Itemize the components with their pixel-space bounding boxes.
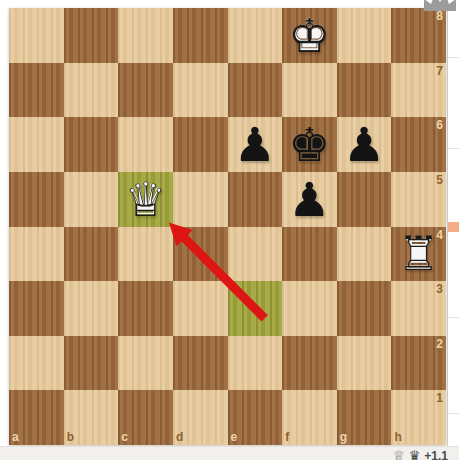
square-g1[interactable]: g <box>337 390 392 445</box>
black-crown-icon: ♛ <box>409 449 421 460</box>
chess-board: ♚♔87♟♚♟6♛♕♟54♜♖32abcdefg1h <box>9 8 446 445</box>
square-c7[interactable] <box>118 63 173 118</box>
square-g4[interactable] <box>337 227 392 282</box>
file-label-e: e <box>231 431 238 443</box>
square-d3[interactable] <box>173 281 228 336</box>
square-a2[interactable] <box>9 336 64 391</box>
eval-text: +1.1 <box>424 449 448 460</box>
square-e1[interactable]: e <box>228 390 283 445</box>
square-e8[interactable] <box>228 8 283 63</box>
rank-label-3: 3 <box>436 283 443 295</box>
status-row: ♕ ♛ +1.1 <box>393 449 448 460</box>
square-e6[interactable]: ♟ <box>228 117 283 172</box>
square-h3[interactable]: 3 <box>391 281 446 336</box>
square-e5[interactable] <box>228 172 283 227</box>
square-d8[interactable] <box>173 8 228 63</box>
square-g3[interactable] <box>337 281 392 336</box>
square-f2[interactable] <box>282 336 337 391</box>
square-f1[interactable]: f <box>282 390 337 445</box>
square-e4[interactable] <box>228 227 283 282</box>
file-label-b: b <box>67 431 74 443</box>
piece-outline-layer: ♕ <box>118 172 173 227</box>
file-label-f: f <box>285 431 289 443</box>
panel-divider <box>448 148 459 149</box>
square-b5[interactable] <box>64 172 119 227</box>
square-a3[interactable] <box>9 281 64 336</box>
piece-outline-layer: ♔ <box>282 8 337 63</box>
square-d4[interactable] <box>173 227 228 282</box>
piece-white-king-f8[interactable]: ♚♔ <box>282 8 337 63</box>
piece-black-king-f6[interactable]: ♚ <box>282 117 337 172</box>
square-b2[interactable] <box>64 336 119 391</box>
rank-label-2: 2 <box>436 338 443 350</box>
square-c3[interactable] <box>118 281 173 336</box>
square-c5[interactable]: ♛♕ <box>118 172 173 227</box>
square-b4[interactable] <box>64 227 119 282</box>
square-c2[interactable] <box>118 336 173 391</box>
square-a4[interactable] <box>9 227 64 282</box>
file-label-c: c <box>121 431 128 443</box>
white-crown-icon: ♕ <box>393 449 405 460</box>
square-h7[interactable]: 7 <box>391 63 446 118</box>
rank-label-1: 1 <box>436 392 443 404</box>
square-h5[interactable]: 5 <box>391 172 446 227</box>
square-a5[interactable] <box>9 172 64 227</box>
piece-outline-layer: ♖ <box>391 227 446 282</box>
square-f5[interactable]: ♟ <box>282 172 337 227</box>
file-label-a: a <box>12 431 19 443</box>
side-panel <box>447 0 459 450</box>
panel-divider <box>448 317 459 318</box>
square-b8[interactable] <box>64 8 119 63</box>
piece-black-pawn-e6[interactable]: ♟ <box>228 117 283 172</box>
square-d2[interactable] <box>173 336 228 391</box>
square-g5[interactable] <box>337 172 392 227</box>
square-g2[interactable] <box>337 336 392 391</box>
square-h8[interactable]: 8 <box>391 8 446 63</box>
square-h6[interactable]: 6 <box>391 117 446 172</box>
square-d7[interactable] <box>173 63 228 118</box>
square-f8[interactable]: ♚♔ <box>282 8 337 63</box>
piece-black-pawn-g6[interactable]: ♟ <box>337 117 392 172</box>
square-d6[interactable] <box>173 117 228 172</box>
crown-icon <box>423 0 457 11</box>
square-f3[interactable] <box>282 281 337 336</box>
square-g8[interactable] <box>337 8 392 63</box>
square-g7[interactable] <box>337 63 392 118</box>
bottom-strip <box>0 446 459 460</box>
square-h4[interactable]: 4♜♖ <box>391 227 446 282</box>
square-e3[interactable] <box>228 281 283 336</box>
panel-divider <box>448 413 459 414</box>
square-c6[interactable] <box>118 117 173 172</box>
file-label-h: h <box>394 431 401 443</box>
file-label-d: d <box>176 431 183 443</box>
square-f4[interactable] <box>282 227 337 282</box>
panel-accent-bar <box>448 222 459 232</box>
square-f6[interactable]: ♚ <box>282 117 337 172</box>
square-b6[interactable] <box>64 117 119 172</box>
square-a8[interactable] <box>9 8 64 63</box>
rank-label-6: 6 <box>436 119 443 131</box>
square-a7[interactable] <box>9 63 64 118</box>
rank-label-5: 5 <box>436 174 443 186</box>
square-a1[interactable]: a <box>9 390 64 445</box>
rank-label-8: 8 <box>436 10 443 22</box>
rank-label-7: 7 <box>436 65 443 77</box>
square-g6[interactable]: ♟ <box>337 117 392 172</box>
square-e2[interactable] <box>228 336 283 391</box>
square-b7[interactable] <box>64 63 119 118</box>
file-label-g: g <box>340 431 347 443</box>
square-b3[interactable] <box>64 281 119 336</box>
square-e7[interactable] <box>228 63 283 118</box>
square-c4[interactable] <box>118 227 173 282</box>
square-d5[interactable] <box>173 172 228 227</box>
square-b1[interactable]: b <box>64 390 119 445</box>
square-h2[interactable]: 2 <box>391 336 446 391</box>
square-c8[interactable] <box>118 8 173 63</box>
square-f7[interactable] <box>282 63 337 118</box>
piece-white-queen-c5[interactable]: ♛♕ <box>118 172 173 227</box>
piece-black-pawn-f5[interactable]: ♟ <box>282 172 337 227</box>
panel-divider <box>448 57 459 58</box>
square-a6[interactable] <box>9 117 64 172</box>
square-c1[interactable]: c <box>118 390 173 445</box>
piece-white-rook-h4[interactable]: ♜♖ <box>391 227 446 282</box>
square-h1[interactable]: 1h <box>391 390 446 445</box>
square-d1[interactable]: d <box>173 390 228 445</box>
